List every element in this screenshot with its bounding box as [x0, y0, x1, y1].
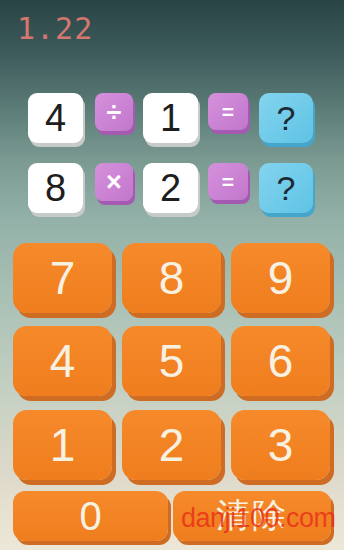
equation-2-operator-multiply-tile: × [95, 163, 133, 201]
equation-1-operand-2-tile: 1 [143, 93, 198, 143]
equation-2-operand-2-tile: 2 [143, 163, 198, 213]
key-7[interactable]: 7 [13, 243, 112, 313]
key-4[interactable]: 4 [13, 326, 112, 396]
key-2[interactable]: 2 [122, 410, 221, 480]
equation-1-answer-tile[interactable]: ? [259, 93, 313, 143]
equation-1-operand-1-tile: 4 [28, 93, 83, 143]
key-9[interactable]: 9 [231, 243, 330, 313]
key-0[interactable]: 0 [13, 491, 168, 541]
key-clear[interactable]: 清除 [173, 491, 331, 541]
equation-2-equals-tile: = [208, 163, 248, 200]
key-1[interactable]: 1 [13, 410, 112, 480]
equation-1-operator-divide-tile: ÷ [95, 93, 133, 131]
key-3[interactable]: 3 [231, 410, 330, 480]
key-5[interactable]: 5 [122, 326, 221, 396]
app-screen: 1.22 4 ÷ 1 = ? 8 × 2 = ? 7 8 9 4 5 6 1 2… [0, 0, 344, 550]
key-8[interactable]: 8 [122, 243, 221, 313]
equation-2-answer-tile[interactable]: ? [259, 163, 313, 213]
equation-1-equals-tile: = [208, 93, 248, 130]
timer-display: 1.22 [17, 11, 93, 46]
equation-2-operand-1-tile: 8 [28, 163, 83, 213]
key-6[interactable]: 6 [231, 326, 330, 396]
